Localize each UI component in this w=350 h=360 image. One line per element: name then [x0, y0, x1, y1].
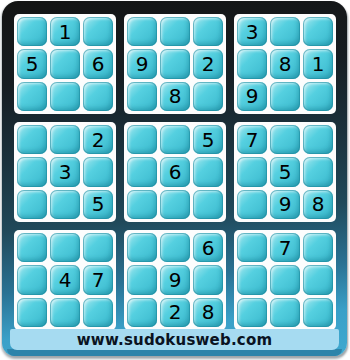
- footer-url[interactable]: www.sudokusweb.com: [10, 329, 339, 350]
- sudoku-grid: 15692838192355675984769287: [14, 14, 336, 330]
- sudoku-cell-r7c9[interactable]: [303, 233, 333, 262]
- sudoku-cell-r9c4[interactable]: [127, 298, 157, 327]
- sudoku-cell-r8c1[interactable]: [17, 265, 47, 294]
- sudoku-box-4: 235: [14, 122, 116, 222]
- sudoku-cell-r7c8[interactable]: 7: [270, 233, 300, 262]
- sudoku-cell-r6c1[interactable]: [17, 190, 47, 219]
- sudoku-cell-r6c3[interactable]: 5: [83, 190, 113, 219]
- sudoku-cell-r4c9[interactable]: [303, 125, 333, 154]
- sudoku-cell-r1c6[interactable]: [193, 17, 223, 46]
- sudoku-cell-r3c9[interactable]: [303, 82, 333, 111]
- sudoku-cell-r6c7[interactable]: [237, 190, 267, 219]
- sudoku-cell-r1c1[interactable]: [17, 17, 47, 46]
- sudoku-cell-r9c8[interactable]: [270, 298, 300, 327]
- sudoku-cell-r5c1[interactable]: [17, 157, 47, 186]
- sudoku-box-8: 6928: [124, 230, 226, 330]
- sudoku-cell-r2c5[interactable]: [160, 49, 190, 78]
- sudoku-cell-r9c6[interactable]: 8: [193, 298, 223, 327]
- sudoku-cell-r9c1[interactable]: [17, 298, 47, 327]
- sudoku-cell-r5c3[interactable]: [83, 157, 113, 186]
- sudoku-cell-r5c9[interactable]: [303, 157, 333, 186]
- sudoku-cell-r6c9[interactable]: 8: [303, 190, 333, 219]
- sudoku-cell-r5c6[interactable]: [193, 157, 223, 186]
- sudoku-cell-r8c5[interactable]: 9: [160, 265, 190, 294]
- sudoku-cell-r2c4[interactable]: 9: [127, 49, 157, 78]
- sudoku-box-1: 156: [14, 14, 116, 114]
- sudoku-cell-r1c5[interactable]: [160, 17, 190, 46]
- sudoku-cell-r7c6[interactable]: 6: [193, 233, 223, 262]
- sudoku-cell-r2c2[interactable]: [50, 49, 80, 78]
- sudoku-cell-r4c7[interactable]: 7: [237, 125, 267, 154]
- sudoku-cell-r2c3[interactable]: 6: [83, 49, 113, 78]
- sudoku-cell-r2c7[interactable]: [237, 49, 267, 78]
- sudoku-cell-r8c3[interactable]: 7: [83, 265, 113, 294]
- sudoku-cell-r1c9[interactable]: [303, 17, 333, 46]
- sudoku-cell-r3c3[interactable]: [83, 82, 113, 111]
- sudoku-cell-r3c6[interactable]: [193, 82, 223, 111]
- sudoku-cell-r5c5[interactable]: 6: [160, 157, 190, 186]
- sudoku-cell-r9c3[interactable]: [83, 298, 113, 327]
- sudoku-cell-r7c1[interactable]: [17, 233, 47, 262]
- sudoku-cell-r6c6[interactable]: [193, 190, 223, 219]
- sudoku-cell-r3c2[interactable]: [50, 82, 80, 111]
- sudoku-cell-r6c2[interactable]: [50, 190, 80, 219]
- sudoku-cell-r6c8[interactable]: 9: [270, 190, 300, 219]
- sudoku-cell-r8c4[interactable]: [127, 265, 157, 294]
- sudoku-cell-r3c4[interactable]: [127, 82, 157, 111]
- sudoku-cell-r2c8[interactable]: 8: [270, 49, 300, 78]
- sudoku-cell-r9c7[interactable]: [237, 298, 267, 327]
- sudoku-cell-r7c5[interactable]: [160, 233, 190, 262]
- sudoku-cell-r7c2[interactable]: [50, 233, 80, 262]
- sudoku-cell-r9c2[interactable]: [50, 298, 80, 327]
- sudoku-cell-r3c8[interactable]: [270, 82, 300, 111]
- sudoku-board: 15692838192355675984769287 www.sudokuswe…: [2, 1, 347, 356]
- sudoku-box-3: 3819: [234, 14, 336, 114]
- sudoku-cell-r3c5[interactable]: 8: [160, 82, 190, 111]
- sudoku-box-6: 7598: [234, 122, 336, 222]
- sudoku-app: 15692838192355675984769287 www.sudokuswe…: [0, 0, 350, 360]
- sudoku-cell-r4c3[interactable]: 2: [83, 125, 113, 154]
- sudoku-cell-r4c4[interactable]: [127, 125, 157, 154]
- sudoku-cell-r2c6[interactable]: 2: [193, 49, 223, 78]
- sudoku-box-2: 928: [124, 14, 226, 114]
- sudoku-cell-r5c2[interactable]: 3: [50, 157, 80, 186]
- sudoku-cell-r4c5[interactable]: [160, 125, 190, 154]
- sudoku-cell-r5c8[interactable]: 5: [270, 157, 300, 186]
- sudoku-cell-r1c4[interactable]: [127, 17, 157, 46]
- sudoku-cell-r2c9[interactable]: 1: [303, 49, 333, 78]
- sudoku-cell-r9c5[interactable]: 2: [160, 298, 190, 327]
- sudoku-cell-r8c6[interactable]: [193, 265, 223, 294]
- sudoku-cell-r6c4[interactable]: [127, 190, 157, 219]
- sudoku-cell-r3c1[interactable]: [17, 82, 47, 111]
- sudoku-cell-r4c8[interactable]: [270, 125, 300, 154]
- sudoku-cell-r4c6[interactable]: 5: [193, 125, 223, 154]
- sudoku-cell-r7c7[interactable]: [237, 233, 267, 262]
- sudoku-cell-r5c7[interactable]: [237, 157, 267, 186]
- sudoku-cell-r8c9[interactable]: [303, 265, 333, 294]
- sudoku-cell-r6c5[interactable]: [160, 190, 190, 219]
- sudoku-box-9: 7: [234, 230, 336, 330]
- sudoku-box-7: 47: [14, 230, 116, 330]
- sudoku-cell-r2c1[interactable]: 5: [17, 49, 47, 78]
- sudoku-cell-r4c1[interactable]: [17, 125, 47, 154]
- sudoku-cell-r1c2[interactable]: 1: [50, 17, 80, 46]
- sudoku-cell-r1c3[interactable]: [83, 17, 113, 46]
- sudoku-cell-r9c9[interactable]: [303, 298, 333, 327]
- sudoku-cell-r8c7[interactable]: [237, 265, 267, 294]
- sudoku-cell-r1c8[interactable]: [270, 17, 300, 46]
- sudoku-cell-r8c2[interactable]: 4: [50, 265, 80, 294]
- sudoku-box-5: 56: [124, 122, 226, 222]
- sudoku-cell-r4c2[interactable]: [50, 125, 80, 154]
- sudoku-cell-r7c4[interactable]: [127, 233, 157, 262]
- sudoku-cell-r7c3[interactable]: [83, 233, 113, 262]
- board-bottom-edge: [7, 349, 342, 356]
- sudoku-cell-r8c8[interactable]: [270, 265, 300, 294]
- sudoku-cell-r5c4[interactable]: [127, 157, 157, 186]
- sudoku-cell-r3c7[interactable]: 9: [237, 82, 267, 111]
- sudoku-cell-r1c7[interactable]: 3: [237, 17, 267, 46]
